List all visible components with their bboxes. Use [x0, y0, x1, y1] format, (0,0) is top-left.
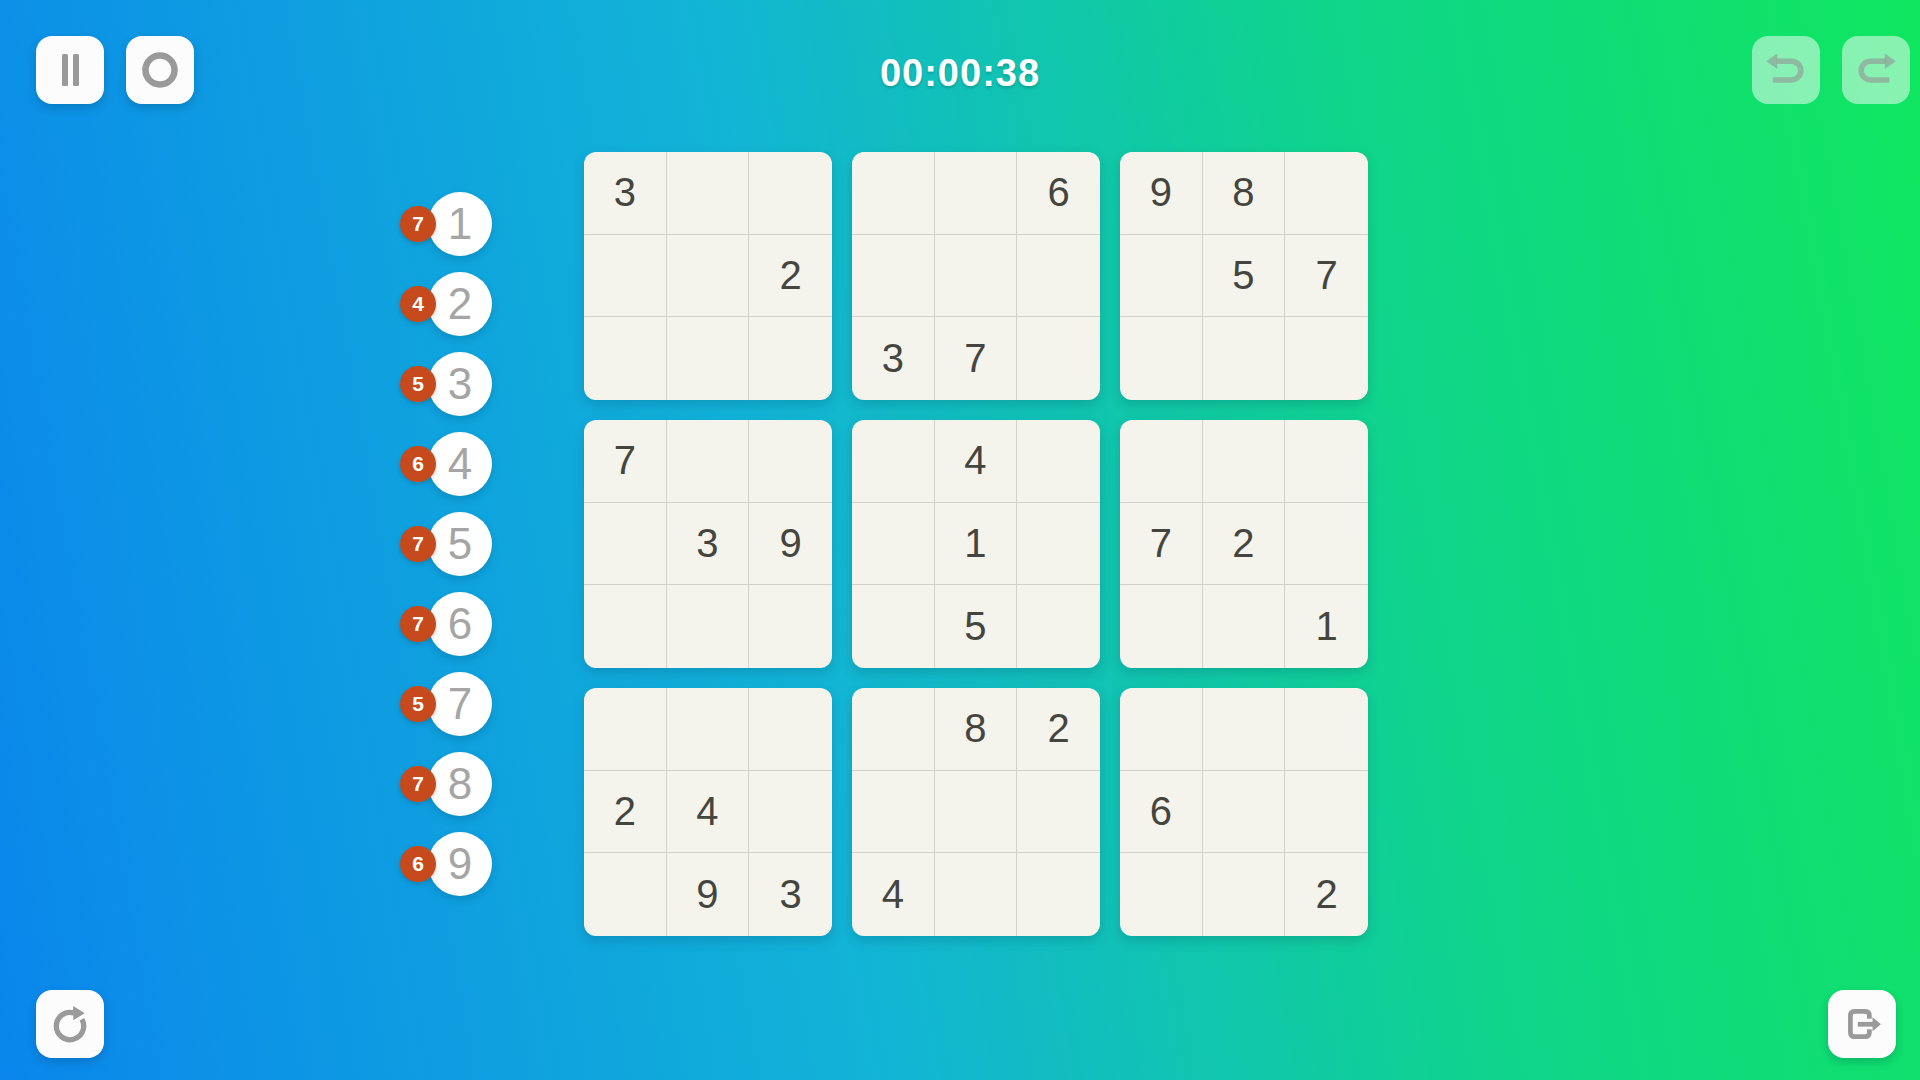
sudoku-cell[interactable] — [667, 688, 750, 771]
sudoku-cell[interactable]: 7 — [935, 317, 1018, 400]
sudoku-cell[interactable]: 7 — [1120, 503, 1203, 586]
sudoku-cell[interactable] — [749, 585, 832, 668]
sudoku-cell[interactable] — [1017, 317, 1100, 400]
digit-label: 1 — [448, 202, 472, 246]
sudoku-cell[interactable]: 3 — [852, 317, 935, 400]
sudoku-box: 824 — [852, 688, 1100, 936]
sudoku-cell[interactable]: 3 — [749, 853, 832, 936]
restart-button[interactable] — [36, 990, 104, 1058]
sudoku-cell[interactable]: 4 — [935, 420, 1018, 503]
sudoku-cell[interactable]: 6 — [1017, 152, 1100, 235]
sudoku-box: 637 — [852, 152, 1100, 400]
sudoku-cell[interactable]: 1 — [935, 503, 1018, 586]
sudoku-cell[interactable] — [852, 503, 935, 586]
sudoku-cell[interactable] — [667, 152, 750, 235]
sudoku-cell[interactable] — [1285, 420, 1368, 503]
sudoku-cell[interactable] — [584, 503, 667, 586]
sudoku-cell[interactable]: 3 — [667, 503, 750, 586]
sudoku-cell[interactable] — [1017, 235, 1100, 318]
digit-button-4[interactable]: 64 — [428, 432, 492, 496]
sudoku-cell[interactable] — [935, 152, 1018, 235]
sudoku-cell[interactable] — [667, 235, 750, 318]
sudoku-cell[interactable] — [935, 771, 1018, 854]
sudoku-cell[interactable] — [935, 853, 1018, 936]
sudoku-cell[interactable] — [667, 420, 750, 503]
exit-icon — [1842, 1004, 1882, 1044]
sudoku-cell[interactable] — [749, 420, 832, 503]
sudoku-cell[interactable] — [1285, 152, 1368, 235]
sudoku-cell[interactable] — [584, 688, 667, 771]
sudoku-cell[interactable] — [1017, 503, 1100, 586]
count-badge: 5 — [400, 366, 436, 402]
sudoku-cell[interactable]: 2 — [1017, 688, 1100, 771]
sudoku-box: 2493 — [584, 688, 832, 936]
sudoku-cell[interactable] — [852, 152, 935, 235]
sudoku-cell[interactable] — [584, 235, 667, 318]
sudoku-cell[interactable] — [584, 317, 667, 400]
sudoku-cell[interactable] — [667, 585, 750, 668]
sudoku-cell[interactable]: 9 — [1120, 152, 1203, 235]
digit-label: 8 — [448, 762, 472, 806]
digit-button-3[interactable]: 53 — [428, 352, 492, 416]
redo-button[interactable] — [1842, 36, 1910, 104]
digit-label: 2 — [448, 282, 472, 326]
sudoku-cell[interactable] — [852, 420, 935, 503]
count-badge: 7 — [400, 526, 436, 562]
sudoku-box: 721 — [1120, 420, 1368, 668]
sudoku-cell[interactable] — [1285, 771, 1368, 854]
sudoku-cell[interactable] — [1203, 317, 1286, 400]
digit-label: 3 — [448, 362, 472, 406]
sudoku-cell[interactable]: 9 — [749, 503, 832, 586]
count-badge: 5 — [400, 686, 436, 722]
restart-icon — [50, 1004, 90, 1044]
sudoku-cell[interactable] — [667, 317, 750, 400]
sudoku-cell[interactable] — [1120, 688, 1203, 771]
redo-icon — [1854, 49, 1898, 91]
sudoku-cell[interactable] — [749, 317, 832, 400]
sudoku-cell[interactable] — [1017, 420, 1100, 503]
sudoku-cell[interactable] — [1203, 771, 1286, 854]
digit-button-5[interactable]: 75 — [428, 512, 492, 576]
sudoku-cell[interactable]: 5 — [935, 585, 1018, 668]
sudoku-cell[interactable] — [852, 688, 935, 771]
digit-button-6[interactable]: 76 — [428, 592, 492, 656]
sudoku-cell[interactable] — [1285, 317, 1368, 400]
sudoku-cell[interactable] — [852, 235, 935, 318]
digit-button-2[interactable]: 42 — [428, 272, 492, 336]
sudoku-cell[interactable] — [584, 853, 667, 936]
digit-label: 4 — [448, 442, 472, 486]
sudoku-cell[interactable]: 4 — [852, 853, 935, 936]
game-timer: 00:00:38 — [0, 52, 1920, 95]
sudoku-cell[interactable] — [1203, 420, 1286, 503]
sudoku-cell[interactable] — [1120, 853, 1203, 936]
sudoku-box: 739 — [584, 420, 832, 668]
sudoku-cell[interactable]: 2 — [584, 771, 667, 854]
sudoku-cell[interactable] — [1203, 585, 1286, 668]
digit-label: 6 — [448, 602, 472, 646]
sudoku-cell[interactable] — [749, 688, 832, 771]
digit-button-8[interactable]: 78 — [428, 752, 492, 816]
count-badge: 7 — [400, 606, 436, 642]
digit-label: 7 — [448, 682, 472, 726]
count-badge: 6 — [400, 446, 436, 482]
sudoku-cell[interactable] — [1017, 771, 1100, 854]
sudoku-cell[interactable] — [1120, 235, 1203, 318]
sudoku-cell[interactable]: 7 — [1285, 235, 1368, 318]
sudoku-box: 62 — [1120, 688, 1368, 936]
sudoku-cell[interactable]: 7 — [584, 420, 667, 503]
sudoku-app: 00:00:38 714253647576577869 326379857739… — [0, 0, 1920, 1080]
sudoku-cell[interactable]: 8 — [1203, 152, 1286, 235]
sudoku-cell[interactable] — [749, 771, 832, 854]
sudoku-cell[interactable] — [1203, 853, 1286, 936]
digit-button-7[interactable]: 57 — [428, 672, 492, 736]
sudoku-cell[interactable] — [1285, 503, 1368, 586]
count-badge: 7 — [400, 206, 436, 242]
sudoku-cell[interactable] — [1017, 853, 1100, 936]
sudoku-cell[interactable] — [1017, 585, 1100, 668]
digit-button-9[interactable]: 69 — [428, 832, 492, 896]
sudoku-cell[interactable] — [1120, 317, 1203, 400]
sudoku-cell[interactable] — [1120, 420, 1203, 503]
sudoku-cell[interactable]: 1 — [1285, 585, 1368, 668]
sudoku-cell[interactable]: 4 — [667, 771, 750, 854]
sudoku-cell[interactable]: 5 — [1203, 235, 1286, 318]
sudoku-cell[interactable] — [852, 585, 935, 668]
sudoku-cell[interactable] — [1120, 585, 1203, 668]
sudoku-board: 326379857739415721249382462 — [584, 152, 1368, 936]
sudoku-cell[interactable]: 9 — [667, 853, 750, 936]
count-badge: 4 — [400, 286, 436, 322]
sudoku-cell[interactable] — [935, 235, 1018, 318]
sudoku-cell[interactable]: 2 — [1203, 503, 1286, 586]
number-palette: 714253647576577869 — [428, 192, 492, 896]
sudoku-cell[interactable] — [584, 585, 667, 668]
sudoku-box: 415 — [852, 420, 1100, 668]
digit-label: 5 — [448, 522, 472, 566]
sudoku-cell[interactable] — [749, 152, 832, 235]
sudoku-cell[interactable] — [1285, 688, 1368, 771]
undo-button[interactable] — [1752, 36, 1820, 104]
digit-button-1[interactable]: 71 — [428, 192, 492, 256]
count-badge: 7 — [400, 766, 436, 802]
undo-icon — [1764, 49, 1808, 91]
sudoku-box: 32 — [584, 152, 832, 400]
sudoku-cell[interactable]: 3 — [584, 152, 667, 235]
digit-label: 9 — [448, 842, 472, 886]
sudoku-cell[interactable] — [852, 771, 935, 854]
sudoku-box: 9857 — [1120, 152, 1368, 400]
count-badge: 6 — [400, 846, 436, 882]
sudoku-cell[interactable]: 2 — [1285, 853, 1368, 936]
sudoku-cell[interactable]: 6 — [1120, 771, 1203, 854]
sudoku-cell[interactable]: 8 — [935, 688, 1018, 771]
sudoku-cell[interactable]: 2 — [749, 235, 832, 318]
exit-button[interactable] — [1828, 990, 1896, 1058]
sudoku-cell[interactable] — [1203, 688, 1286, 771]
